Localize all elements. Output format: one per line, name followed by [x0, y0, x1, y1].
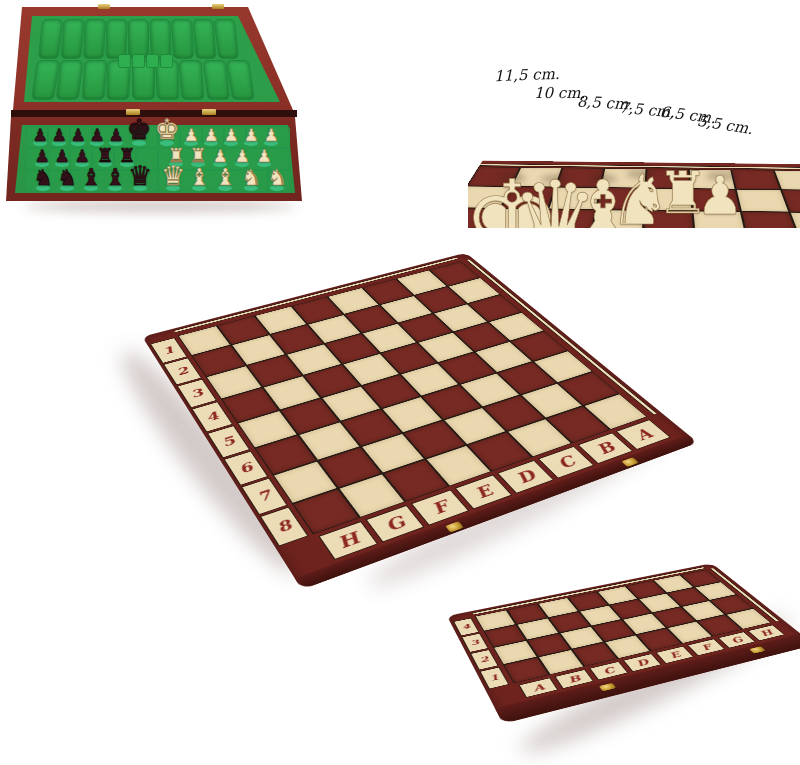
brass-latch-icon [749, 646, 766, 653]
file-label: G [718, 632, 756, 649]
folded-board-photo: 4321ABCDEFGH [0, 0, 800, 765]
board-square [494, 641, 536, 664]
brass-latch-icon [598, 683, 615, 692]
rank-label: 4 [453, 618, 479, 636]
board-square [561, 627, 603, 649]
rank-label: 1 [479, 667, 509, 690]
board-square [528, 634, 570, 657]
board-square [573, 643, 617, 666]
folded-board-plane: 4321ABCDEFGH [447, 563, 800, 723]
chess-set-product-collage: ♟♟♟♟♟♚♚♟♟♟♟♟♟♟♟♜♜♜♜♟♟♟♞♞♝♝♛♛♝♝♞♞ ♚11,5 c… [0, 0, 800, 765]
